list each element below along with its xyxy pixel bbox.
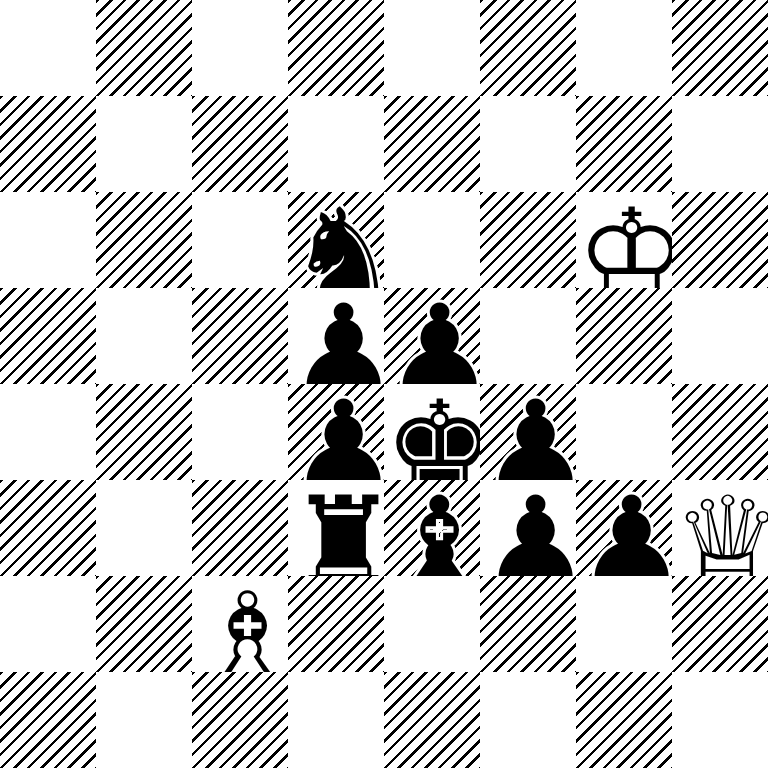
square-g8[interactable] [576, 0, 672, 96]
black-pawn-piece: ♟♟ [480, 480, 576, 576]
square-d8[interactable] [288, 0, 384, 96]
square-g5[interactable] [576, 288, 672, 384]
square-c4[interactable] [192, 384, 288, 480]
square-h3[interactable]: ♛♕ [672, 480, 768, 576]
chess-board: ♞♞♚♔♟♟♟♟♟♟♚♚♟♟♜♜♝♝♟♟♟♟♛♕♝♗ [0, 0, 768, 768]
square-f7[interactable] [480, 96, 576, 192]
square-h7[interactable] [672, 96, 768, 192]
square-b2[interactable] [96, 576, 192, 672]
black-pawn-piece: ♟♟ [480, 384, 576, 480]
square-d5[interactable]: ♟♟ [288, 288, 384, 384]
square-g6[interactable]: ♚♔ [576, 192, 672, 288]
square-g1[interactable] [576, 672, 672, 768]
black-king-piece: ♚♚ [384, 384, 480, 480]
square-a7[interactable] [0, 96, 96, 192]
square-a2[interactable] [0, 576, 96, 672]
square-c6[interactable] [192, 192, 288, 288]
square-h1[interactable] [672, 672, 768, 768]
square-d7[interactable] [288, 96, 384, 192]
white-queen-piece: ♛♕ [672, 480, 768, 576]
square-a8[interactable] [0, 0, 96, 96]
square-f2[interactable] [480, 576, 576, 672]
square-b4[interactable] [96, 384, 192, 480]
square-h2[interactable] [672, 576, 768, 672]
square-h8[interactable] [672, 0, 768, 96]
white-king-piece: ♚♔ [576, 192, 672, 288]
square-f6[interactable] [480, 192, 576, 288]
square-g3[interactable]: ♟♟ [576, 480, 672, 576]
square-c7[interactable] [192, 96, 288, 192]
square-c3[interactable] [192, 480, 288, 576]
square-a3[interactable] [0, 480, 96, 576]
square-f1[interactable] [480, 672, 576, 768]
square-g4[interactable] [576, 384, 672, 480]
square-b5[interactable] [96, 288, 192, 384]
square-a6[interactable] [0, 192, 96, 288]
square-d2[interactable] [288, 576, 384, 672]
square-c8[interactable] [192, 0, 288, 96]
square-h6[interactable] [672, 192, 768, 288]
black-bishop-piece: ♝♝ [384, 480, 480, 576]
square-g2[interactable] [576, 576, 672, 672]
black-pawn-piece: ♟♟ [384, 288, 480, 384]
square-d6[interactable]: ♞♞ [288, 192, 384, 288]
square-b6[interactable] [96, 192, 192, 288]
white-bishop-piece: ♝♗ [192, 576, 288, 672]
square-f4[interactable]: ♟♟ [480, 384, 576, 480]
square-c1[interactable] [192, 672, 288, 768]
black-pawn-piece: ♟♟ [288, 288, 384, 384]
square-e2[interactable] [384, 576, 480, 672]
black-pawn-piece: ♟♟ [576, 480, 672, 576]
square-b7[interactable] [96, 96, 192, 192]
square-e4[interactable]: ♚♚ [384, 384, 480, 480]
square-e3[interactable]: ♝♝ [384, 480, 480, 576]
square-g7[interactable] [576, 96, 672, 192]
square-b1[interactable] [96, 672, 192, 768]
square-f3[interactable]: ♟♟ [480, 480, 576, 576]
square-c5[interactable] [192, 288, 288, 384]
square-h5[interactable] [672, 288, 768, 384]
square-e8[interactable] [384, 0, 480, 96]
square-c2[interactable]: ♝♗ [192, 576, 288, 672]
square-d1[interactable] [288, 672, 384, 768]
square-a5[interactable] [0, 288, 96, 384]
black-knight-piece: ♞♞ [288, 192, 384, 288]
square-f5[interactable] [480, 288, 576, 384]
square-h4[interactable] [672, 384, 768, 480]
square-d4[interactable]: ♟♟ [288, 384, 384, 480]
square-f8[interactable] [480, 0, 576, 96]
square-e5[interactable]: ♟♟ [384, 288, 480, 384]
square-b3[interactable] [96, 480, 192, 576]
square-b8[interactable] [96, 0, 192, 96]
square-d3[interactable]: ♜♜ [288, 480, 384, 576]
square-e7[interactable] [384, 96, 480, 192]
square-e6[interactable] [384, 192, 480, 288]
black-pawn-piece: ♟♟ [288, 384, 384, 480]
square-a1[interactable] [0, 672, 96, 768]
square-a4[interactable] [0, 384, 96, 480]
black-rook-piece: ♜♜ [288, 480, 384, 576]
square-e1[interactable] [384, 672, 480, 768]
